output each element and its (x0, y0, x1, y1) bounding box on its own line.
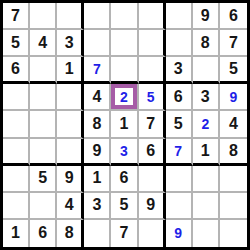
cell-r7c9[interactable] (220, 166, 247, 193)
sudoku-board: 7965438761735425639817524936718591643591… (0, 0, 250, 250)
cell-r8c8[interactable] (193, 193, 220, 220)
cell-r5c3[interactable] (57, 111, 84, 138)
entered-digit: 7 (174, 144, 182, 158)
given-digit: 9 (201, 8, 210, 24)
cell-r9c9[interactable] (220, 220, 247, 247)
cell-r8c7[interactable] (166, 193, 193, 220)
cell-r7c1[interactable] (3, 166, 30, 193)
cell-r8c6[interactable]: 9 (139, 193, 166, 220)
cell-r4c5[interactable]: 2 (111, 84, 138, 111)
cell-r2c7[interactable] (166, 30, 193, 57)
given-digit: 7 (146, 116, 155, 132)
cell-r1c5[interactable] (111, 3, 138, 30)
cell-r6c7[interactable]: 7 (166, 139, 193, 166)
cell-r9c3[interactable]: 8 (57, 220, 84, 247)
given-digit: 6 (38, 225, 47, 241)
given-digit: 3 (201, 89, 210, 105)
cell-r7c2[interactable]: 5 (30, 166, 57, 193)
cell-r9c6[interactable] (139, 220, 166, 247)
cell-r3c9[interactable]: 5 (220, 57, 247, 84)
cell-r1c1[interactable]: 7 (3, 3, 30, 30)
cell-r6c9[interactable]: 8 (220, 139, 247, 166)
cell-r5c9[interactable]: 4 (220, 111, 247, 138)
cell-r7c4[interactable]: 1 (84, 166, 111, 193)
cell-r9c5[interactable]: 7 (111, 220, 138, 247)
cell-r6c2[interactable] (30, 139, 57, 166)
cell-r2c2[interactable]: 4 (30, 30, 57, 57)
given-digit: 8 (92, 116, 101, 132)
cell-r4c2[interactable] (30, 84, 57, 111)
entered-digit: 7 (93, 62, 101, 76)
cell-r4c3[interactable] (57, 84, 84, 111)
cell-r5c7[interactable]: 5 (166, 111, 193, 138)
cell-r4c7[interactable]: 6 (166, 84, 193, 111)
given-digit: 5 (120, 197, 129, 213)
cell-r1c7[interactable] (166, 3, 193, 30)
cell-r6c8[interactable]: 1 (193, 139, 220, 166)
cell-r2c8[interactable]: 8 (193, 30, 220, 57)
cell-r8c1[interactable] (3, 193, 30, 220)
cell-r3c3[interactable]: 1 (57, 57, 84, 84)
given-digit: 5 (174, 116, 183, 132)
cell-r8c3[interactable]: 4 (57, 193, 84, 220)
cell-r2c1[interactable]: 5 (3, 30, 30, 57)
cell-r4c8[interactable]: 3 (193, 84, 220, 111)
cell-r5c2[interactable] (30, 111, 57, 138)
given-digit: 8 (201, 35, 210, 51)
cell-r1c3[interactable] (57, 3, 84, 30)
given-digit: 6 (11, 61, 20, 77)
given-digit: 5 (11, 35, 20, 51)
given-digit: 5 (38, 170, 47, 186)
given-digit: 4 (65, 197, 74, 213)
cell-r3c7[interactable]: 3 (166, 57, 193, 84)
given-digit: 7 (120, 225, 129, 241)
cell-r3c5[interactable] (111, 57, 138, 84)
cell-r9c4[interactable] (84, 220, 111, 247)
cell-r7c8[interactable] (193, 166, 220, 193)
cell-r2c9[interactable]: 7 (220, 30, 247, 57)
cell-r6c4[interactable]: 9 (84, 139, 111, 166)
given-digit: 1 (11, 225, 20, 241)
entered-digit: 2 (120, 90, 128, 104)
given-digit: 7 (229, 35, 238, 51)
given-digit: 6 (120, 170, 129, 186)
entered-digit: 9 (174, 226, 182, 240)
cell-r8c2[interactable] (30, 193, 57, 220)
cell-r1c8[interactable]: 9 (193, 3, 220, 30)
cell-r9c7[interactable]: 9 (166, 220, 193, 247)
given-digit: 4 (229, 116, 238, 132)
given-digit: 9 (65, 170, 74, 186)
cell-r9c8[interactable] (193, 220, 220, 247)
given-digit: 7 (11, 8, 20, 24)
cell-r5c5[interactable]: 1 (111, 111, 138, 138)
cell-r1c2[interactable] (30, 3, 57, 30)
given-digit: 8 (65, 225, 74, 241)
cell-r9c2[interactable]: 6 (30, 220, 57, 247)
cell-r2c5[interactable] (111, 30, 138, 57)
given-digit: 1 (65, 61, 74, 77)
given-digit: 6 (146, 143, 155, 159)
cell-r3c6[interactable] (139, 57, 166, 84)
given-digit: 1 (92, 170, 101, 186)
given-digit: 9 (92, 143, 101, 159)
given-digit: 1 (120, 116, 129, 132)
cell-r3c2[interactable] (30, 57, 57, 84)
cell-r3c1[interactable]: 6 (3, 57, 30, 84)
cell-r6c5[interactable]: 3 (111, 139, 138, 166)
cell-r3c4[interactable]: 7 (84, 57, 111, 84)
entered-digit: 3 (120, 144, 128, 158)
cell-r6c6[interactable]: 6 (139, 139, 166, 166)
entered-digit: 2 (201, 117, 209, 131)
given-digit: 8 (229, 143, 238, 159)
given-digit: 4 (38, 35, 47, 51)
cell-r2c4[interactable] (84, 30, 111, 57)
cell-r8c4[interactable]: 3 (84, 193, 111, 220)
cell-r4c6[interactable]: 5 (139, 84, 166, 111)
cell-r1c4[interactable] (84, 3, 111, 30)
cell-r2c6[interactable] (139, 30, 166, 57)
given-digit: 1 (201, 143, 210, 159)
cell-r4c9[interactable]: 9 (220, 84, 247, 111)
cell-r8c9[interactable] (220, 193, 247, 220)
entered-digit: 9 (230, 90, 238, 104)
cell-r1c9[interactable]: 6 (220, 3, 247, 30)
given-digit: 3 (174, 61, 183, 77)
entered-digit: 5 (147, 90, 155, 104)
cell-r7c7[interactable] (166, 166, 193, 193)
cell-r4c4[interactable]: 4 (84, 84, 111, 111)
cell-r6c3[interactable] (57, 139, 84, 166)
given-digit: 5 (229, 61, 238, 77)
cell-r4c1[interactable] (3, 84, 30, 111)
cell-r5c4[interactable]: 8 (84, 111, 111, 138)
cell-r8c5[interactable]: 5 (111, 193, 138, 220)
cell-r5c8[interactable]: 2 (193, 111, 220, 138)
cell-r7c5[interactable]: 6 (111, 166, 138, 193)
given-digit: 6 (229, 8, 238, 24)
cell-r7c3[interactable]: 9 (57, 166, 84, 193)
cell-r5c1[interactable] (3, 111, 30, 138)
cell-r6c1[interactable] (3, 139, 30, 166)
given-digit: 9 (146, 197, 155, 213)
cell-r2c3[interactable]: 3 (57, 30, 84, 57)
given-digit: 3 (65, 35, 74, 51)
cell-r1c6[interactable] (139, 3, 166, 30)
cell-r5c6[interactable]: 7 (139, 111, 166, 138)
cell-r3c8[interactable] (193, 57, 220, 84)
given-digit: 6 (174, 89, 183, 105)
cell-r9c1[interactable]: 1 (3, 220, 30, 247)
cell-r7c6[interactable] (139, 166, 166, 193)
given-digit: 3 (92, 197, 101, 213)
given-digit: 4 (92, 89, 101, 105)
